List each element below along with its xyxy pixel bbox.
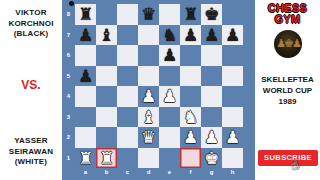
square-e6[interactable]: ♟ (159, 45, 180, 66)
black-player-name: VIKTOR KORCHNOI (BLACK) (0, 8, 62, 40)
white-pawn: ♟ (201, 127, 222, 148)
square-e3[interactable] (159, 107, 180, 128)
black-rook: ♜ (75, 4, 96, 25)
file-labels: abcdefgh (75, 167, 243, 180)
event-line: WORLD CUP (255, 85, 320, 96)
black-pawn: ♟ (222, 25, 243, 46)
square-d8[interactable]: ♛ (138, 4, 159, 25)
rank-label-3: 3 (62, 107, 75, 128)
square-g6[interactable] (201, 45, 222, 66)
white-queen: ♛ (138, 127, 159, 148)
square-b1[interactable]: ♜ (96, 148, 117, 169)
square-b7[interactable]: ♝ (96, 25, 117, 46)
square-h2[interactable]: ♟ (222, 127, 243, 148)
event-line: 1989 (255, 96, 320, 107)
square-c5[interactable] (117, 66, 138, 87)
square-a2[interactable] (75, 127, 96, 148)
event-title: SKELLEFTEA WORLD CUP 1989 (255, 74, 320, 107)
black-bishop: ♝ (96, 25, 117, 46)
right-panel: CHESS GYM ♟♚♟ SKELLEFTEA WORLD CUP 1989 … (255, 0, 320, 180)
rank-label-1: 1 (62, 148, 75, 169)
black-pawn: ♟ (180, 25, 201, 46)
event-line: SKELLEFTEA (255, 74, 320, 85)
rank-label-5: 5 (62, 66, 75, 87)
square-f1[interactable] (180, 148, 201, 169)
square-d7[interactable] (138, 25, 159, 46)
square-e1[interactable] (159, 148, 180, 169)
white-pawn: ♟ (159, 86, 180, 107)
white-player-line: (WHITE) (0, 157, 62, 168)
white-king: ♚ (201, 148, 222, 169)
square-g2[interactable]: ♟ (201, 127, 222, 148)
square-d1[interactable] (138, 148, 159, 169)
square-c3[interactable] (117, 107, 138, 128)
square-f2[interactable]: ♟ (180, 127, 201, 148)
square-b3[interactable] (96, 107, 117, 128)
black-pawn: ♟ (201, 25, 222, 46)
white-pawn: ♟ (222, 127, 243, 148)
square-h1[interactable] (222, 148, 243, 169)
square-a8[interactable]: ♜ (75, 4, 96, 25)
rank-label-4: 4 (62, 86, 75, 107)
white-rook: ♜ (75, 148, 96, 169)
black-pawn: ♟ (159, 45, 180, 66)
square-e5[interactable] (159, 66, 180, 87)
square-e7[interactable]: ♞ (159, 25, 180, 46)
square-b4[interactable] (96, 86, 117, 107)
black-king: ♚ (201, 4, 222, 25)
square-e4[interactable]: ♟ (159, 86, 180, 107)
file-label-e: e (159, 167, 180, 180)
square-g3[interactable] (201, 107, 222, 128)
square-b5[interactable] (96, 66, 117, 87)
square-h5[interactable] (222, 66, 243, 87)
square-g1[interactable]: ♚ (201, 148, 222, 169)
brand-logo: ♟♚♟ (274, 30, 302, 58)
square-f3[interactable]: ♞ (180, 107, 201, 128)
rank-label-7: 7 (62, 25, 75, 46)
file-label-b: b (96, 167, 117, 180)
square-c8[interactable] (117, 4, 138, 25)
white-bishop: ♝ (138, 107, 159, 128)
square-f4[interactable] (180, 86, 201, 107)
square-h3[interactable] (222, 107, 243, 128)
square-f5[interactable] (180, 66, 201, 87)
square-c7[interactable] (117, 25, 138, 46)
rank-label-8: 8 (62, 4, 75, 25)
square-d6[interactable] (138, 45, 159, 66)
file-label-c: c (117, 167, 138, 180)
square-d3[interactable]: ♝ (138, 107, 159, 128)
black-player-line: KORCHNOI (0, 19, 62, 30)
file-label-g: g (201, 167, 222, 180)
white-rook: ♜ (96, 148, 117, 169)
file-label-h: h (222, 167, 243, 180)
rank-label-6: 6 (62, 45, 75, 66)
black-player-line: (BLACK) (0, 29, 62, 40)
square-h7[interactable]: ♟ (222, 25, 243, 46)
rank-label-2: 2 (62, 127, 75, 148)
black-pawn: ♟ (75, 25, 96, 46)
white-player-line: SEIRAWAN (0, 147, 62, 158)
white-knight: ♞ (180, 107, 201, 128)
black-knight: ♞ (159, 25, 180, 46)
chess-board: 87654321 ♜♛♜♚♟♝♞♟♟♟♟♟♟♟♝♞♛♟♟♟♜♜♚ abcdefg… (62, 0, 255, 180)
subscribe-button[interactable]: SUBSCRIBE (258, 150, 318, 166)
square-b2[interactable] (96, 127, 117, 148)
square-d2[interactable]: ♛ (138, 127, 159, 148)
left-panel: VIKTOR KORCHNOI (BLACK) VS. YASSER SEIRA… (0, 0, 62, 180)
rank-labels: 87654321 (62, 4, 75, 168)
square-c2[interactable] (117, 127, 138, 148)
square-e2[interactable] (159, 127, 180, 148)
square-a3[interactable] (75, 107, 96, 128)
square-g4[interactable] (201, 86, 222, 107)
square-g5[interactable] (201, 66, 222, 87)
white-pawn: ♟ (180, 127, 201, 148)
square-h8[interactable] (222, 4, 243, 25)
white-pawn: ♟ (138, 86, 159, 107)
black-queen: ♛ (138, 4, 159, 25)
square-g8[interactable]: ♚ (201, 4, 222, 25)
square-b6[interactable] (96, 45, 117, 66)
black-player-line: VIKTOR (0, 8, 62, 19)
square-c1[interactable] (117, 148, 138, 169)
brand-line: GYM (255, 14, 320, 25)
white-player-line: YASSER (0, 136, 62, 147)
square-f8[interactable]: ♜ (180, 4, 201, 25)
white-player-name: YASSER SEIRAWAN (WHITE) (0, 136, 62, 168)
brand-title: CHESS GYM (255, 3, 320, 25)
black-rook: ♜ (180, 4, 201, 25)
board-grid: ♜♛♜♚♟♝♞♟♟♟♟♟♟♟♝♞♛♟♟♟♜♜♚ (75, 4, 243, 168)
square-h6[interactable] (222, 45, 243, 66)
square-f6[interactable] (180, 45, 201, 66)
square-a1[interactable]: ♜ (75, 148, 96, 169)
thumbnail: VIKTOR KORCHNOI (BLACK) VS. YASSER SEIRA… (0, 0, 320, 180)
square-d5[interactable] (138, 66, 159, 87)
square-g7[interactable]: ♟ (201, 25, 222, 46)
file-label-a: a (75, 167, 96, 180)
black-pawn: ♟ (75, 66, 96, 87)
vs-label: VS. (0, 78, 62, 92)
square-a6[interactable] (75, 45, 96, 66)
chess-pieces-logo-icon: ♟♚♟ (276, 37, 300, 50)
square-a5[interactable]: ♟ (75, 66, 96, 87)
square-c4[interactable] (117, 86, 138, 107)
square-b8[interactable] (96, 4, 117, 25)
file-label-d: d (138, 167, 159, 180)
square-a4[interactable] (75, 86, 96, 107)
square-a7[interactable]: ♟ (75, 25, 96, 46)
square-d4[interactable]: ♟ (138, 86, 159, 107)
square-c6[interactable] (117, 45, 138, 66)
file-label-f: f (180, 167, 201, 180)
square-f7[interactable]: ♟ (180, 25, 201, 46)
square-e8[interactable] (159, 4, 180, 25)
square-h4[interactable] (222, 86, 243, 107)
